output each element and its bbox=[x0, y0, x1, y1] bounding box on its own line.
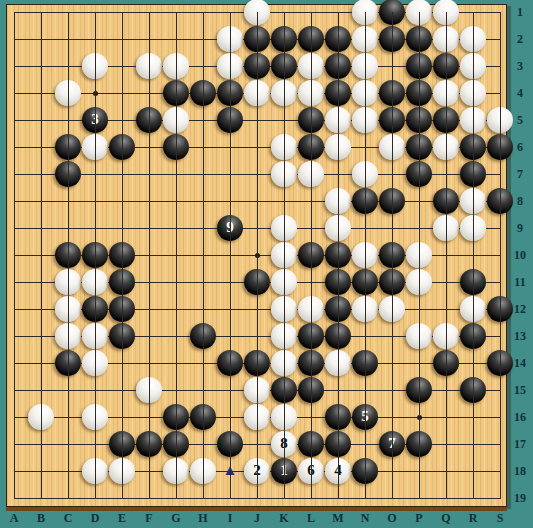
intersection-L16[interactable] bbox=[298, 404, 325, 431]
intersection-N17[interactable] bbox=[352, 431, 379, 458]
intersection-H3[interactable] bbox=[190, 53, 217, 80]
intersection-Q8[interactable] bbox=[433, 188, 460, 215]
intersection-M6[interactable] bbox=[325, 134, 352, 161]
intersection-J15[interactable] bbox=[244, 377, 271, 404]
intersection-D19[interactable] bbox=[82, 485, 109, 512]
intersection-N4[interactable] bbox=[352, 80, 379, 107]
intersection-D15[interactable] bbox=[82, 377, 109, 404]
intersection-F7[interactable] bbox=[136, 161, 163, 188]
intersection-G18[interactable] bbox=[163, 458, 190, 485]
intersection-I8[interactable] bbox=[217, 188, 244, 215]
intersection-J6[interactable] bbox=[244, 134, 271, 161]
intersection-A2[interactable] bbox=[1, 26, 28, 53]
intersection-L3[interactable] bbox=[298, 53, 325, 80]
intersection-E10[interactable] bbox=[109, 242, 136, 269]
intersection-R14[interactable] bbox=[460, 350, 487, 377]
intersection-G15[interactable] bbox=[163, 377, 190, 404]
intersection-A12[interactable] bbox=[1, 296, 28, 323]
intersection-J7[interactable] bbox=[244, 161, 271, 188]
intersection-P17[interactable] bbox=[406, 431, 433, 458]
intersection-Q4[interactable] bbox=[433, 80, 460, 107]
intersection-C3[interactable] bbox=[55, 53, 82, 80]
intersection-P19[interactable] bbox=[406, 485, 433, 512]
intersection-C9[interactable] bbox=[55, 215, 82, 242]
intersection-N2[interactable] bbox=[352, 26, 379, 53]
intersection-P14[interactable] bbox=[406, 350, 433, 377]
intersection-R16[interactable] bbox=[460, 404, 487, 431]
intersection-I10[interactable] bbox=[217, 242, 244, 269]
intersection-Q19[interactable] bbox=[433, 485, 460, 512]
intersection-B3[interactable] bbox=[28, 53, 55, 80]
intersection-A6[interactable] bbox=[1, 134, 28, 161]
intersection-F4[interactable] bbox=[136, 80, 163, 107]
intersection-F15[interactable] bbox=[136, 377, 163, 404]
intersection-M3[interactable] bbox=[325, 53, 352, 80]
intersection-C2[interactable] bbox=[55, 26, 82, 53]
intersection-G10[interactable] bbox=[163, 242, 190, 269]
intersection-Q5[interactable] bbox=[433, 107, 460, 134]
intersection-B15[interactable] bbox=[28, 377, 55, 404]
intersection-R3[interactable] bbox=[460, 53, 487, 80]
intersection-M7[interactable] bbox=[325, 161, 352, 188]
intersection-L17[interactable] bbox=[298, 431, 325, 458]
intersection-A19[interactable] bbox=[1, 485, 28, 512]
intersection-B8[interactable] bbox=[28, 188, 55, 215]
intersection-F17[interactable] bbox=[136, 431, 163, 458]
intersection-I9[interactable]: 9 bbox=[217, 215, 244, 242]
intersection-M14[interactable] bbox=[325, 350, 352, 377]
intersection-G16[interactable] bbox=[163, 404, 190, 431]
intersection-P12[interactable] bbox=[406, 296, 433, 323]
intersection-A15[interactable] bbox=[1, 377, 28, 404]
intersection-R6[interactable] bbox=[460, 134, 487, 161]
intersection-I11[interactable] bbox=[217, 269, 244, 296]
intersection-A1[interactable] bbox=[1, 0, 28, 26]
intersection-G6[interactable] bbox=[163, 134, 190, 161]
intersection-N3[interactable] bbox=[352, 53, 379, 80]
intersection-D5[interactable]: 3 bbox=[82, 107, 109, 134]
intersection-A10[interactable] bbox=[1, 242, 28, 269]
intersection-B18[interactable] bbox=[28, 458, 55, 485]
intersection-L10[interactable] bbox=[298, 242, 325, 269]
intersection-F6[interactable] bbox=[136, 134, 163, 161]
intersection-L4[interactable] bbox=[298, 80, 325, 107]
intersection-L7[interactable] bbox=[298, 161, 325, 188]
intersection-F5[interactable] bbox=[136, 107, 163, 134]
intersection-J2[interactable] bbox=[244, 26, 271, 53]
intersection-G12[interactable] bbox=[163, 296, 190, 323]
intersection-D3[interactable] bbox=[82, 53, 109, 80]
intersection-D11[interactable] bbox=[82, 269, 109, 296]
intersection-F10[interactable] bbox=[136, 242, 163, 269]
intersection-K17[interactable]: 8 bbox=[271, 431, 298, 458]
intersection-R2[interactable] bbox=[460, 26, 487, 53]
intersection-F12[interactable] bbox=[136, 296, 163, 323]
intersection-G14[interactable] bbox=[163, 350, 190, 377]
intersection-N14[interactable] bbox=[352, 350, 379, 377]
intersection-J10[interactable] bbox=[244, 242, 271, 269]
intersection-R18[interactable] bbox=[460, 458, 487, 485]
intersection-L12[interactable] bbox=[298, 296, 325, 323]
intersection-K18[interactable]: 1 bbox=[271, 458, 298, 485]
intersection-A4[interactable] bbox=[1, 80, 28, 107]
intersection-F14[interactable] bbox=[136, 350, 163, 377]
intersection-K4[interactable] bbox=[271, 80, 298, 107]
intersection-C14[interactable] bbox=[55, 350, 82, 377]
intersection-B16[interactable] bbox=[28, 404, 55, 431]
intersection-G4[interactable] bbox=[163, 80, 190, 107]
intersection-E8[interactable] bbox=[109, 188, 136, 215]
intersection-R17[interactable] bbox=[460, 431, 487, 458]
intersection-N11[interactable] bbox=[352, 269, 379, 296]
intersection-M1[interactable] bbox=[325, 0, 352, 26]
intersection-P11[interactable] bbox=[406, 269, 433, 296]
intersection-H11[interactable] bbox=[190, 269, 217, 296]
intersection-I1[interactable] bbox=[217, 0, 244, 26]
intersection-Q15[interactable] bbox=[433, 377, 460, 404]
intersection-I3[interactable] bbox=[217, 53, 244, 80]
intersection-M9[interactable] bbox=[325, 215, 352, 242]
intersection-B1[interactable] bbox=[28, 0, 55, 26]
intersection-C11[interactable] bbox=[55, 269, 82, 296]
intersection-H4[interactable] bbox=[190, 80, 217, 107]
intersection-F19[interactable] bbox=[136, 485, 163, 512]
intersection-Q3[interactable] bbox=[433, 53, 460, 80]
intersection-J8[interactable] bbox=[244, 188, 271, 215]
intersection-M17[interactable] bbox=[325, 431, 352, 458]
intersection-F1[interactable] bbox=[136, 0, 163, 26]
intersection-P7[interactable] bbox=[406, 161, 433, 188]
intersection-D16[interactable] bbox=[82, 404, 109, 431]
intersection-Q10[interactable] bbox=[433, 242, 460, 269]
intersection-O19[interactable] bbox=[379, 485, 406, 512]
intersection-N5[interactable] bbox=[352, 107, 379, 134]
intersection-H10[interactable] bbox=[190, 242, 217, 269]
intersection-H8[interactable] bbox=[190, 188, 217, 215]
intersection-R12[interactable] bbox=[460, 296, 487, 323]
intersection-Q13[interactable] bbox=[433, 323, 460, 350]
intersection-P18[interactable] bbox=[406, 458, 433, 485]
intersection-N15[interactable] bbox=[352, 377, 379, 404]
intersection-D8[interactable] bbox=[82, 188, 109, 215]
intersection-I15[interactable] bbox=[217, 377, 244, 404]
intersection-K7[interactable] bbox=[271, 161, 298, 188]
intersection-R5[interactable] bbox=[460, 107, 487, 134]
intersection-A7[interactable] bbox=[1, 161, 28, 188]
intersection-M19[interactable] bbox=[325, 485, 352, 512]
intersection-F16[interactable] bbox=[136, 404, 163, 431]
intersection-G3[interactable] bbox=[163, 53, 190, 80]
intersection-G11[interactable] bbox=[163, 269, 190, 296]
intersection-G17[interactable] bbox=[163, 431, 190, 458]
intersection-E17[interactable] bbox=[109, 431, 136, 458]
intersection-P10[interactable] bbox=[406, 242, 433, 269]
intersection-M12[interactable] bbox=[325, 296, 352, 323]
intersection-M11[interactable] bbox=[325, 269, 352, 296]
intersection-H1[interactable] bbox=[190, 0, 217, 26]
intersection-C16[interactable] bbox=[55, 404, 82, 431]
intersection-M18[interactable]: 4 bbox=[325, 458, 352, 485]
intersection-J12[interactable] bbox=[244, 296, 271, 323]
intersection-Q7[interactable] bbox=[433, 161, 460, 188]
intersection-G13[interactable] bbox=[163, 323, 190, 350]
intersection-E15[interactable] bbox=[109, 377, 136, 404]
intersection-O3[interactable] bbox=[379, 53, 406, 80]
intersection-M2[interactable] bbox=[325, 26, 352, 53]
intersection-F18[interactable] bbox=[136, 458, 163, 485]
intersection-M13[interactable] bbox=[325, 323, 352, 350]
intersection-F11[interactable] bbox=[136, 269, 163, 296]
intersection-N12[interactable] bbox=[352, 296, 379, 323]
intersection-L19[interactable] bbox=[298, 485, 325, 512]
intersection-O11[interactable] bbox=[379, 269, 406, 296]
intersection-L9[interactable] bbox=[298, 215, 325, 242]
intersection-Q16[interactable] bbox=[433, 404, 460, 431]
intersection-C7[interactable] bbox=[55, 161, 82, 188]
intersection-A18[interactable] bbox=[1, 458, 28, 485]
intersection-O6[interactable] bbox=[379, 134, 406, 161]
intersection-K3[interactable] bbox=[271, 53, 298, 80]
intersection-K1[interactable] bbox=[271, 0, 298, 26]
intersection-I17[interactable] bbox=[217, 431, 244, 458]
intersection-K12[interactable] bbox=[271, 296, 298, 323]
intersection-H17[interactable] bbox=[190, 431, 217, 458]
intersection-H19[interactable] bbox=[190, 485, 217, 512]
intersection-K13[interactable] bbox=[271, 323, 298, 350]
intersection-Q9[interactable] bbox=[433, 215, 460, 242]
intersection-G8[interactable] bbox=[163, 188, 190, 215]
intersection-A17[interactable] bbox=[1, 431, 28, 458]
intersection-K10[interactable] bbox=[271, 242, 298, 269]
intersection-I16[interactable] bbox=[217, 404, 244, 431]
intersection-D18[interactable] bbox=[82, 458, 109, 485]
intersection-R8[interactable] bbox=[460, 188, 487, 215]
intersection-G19[interactable] bbox=[163, 485, 190, 512]
intersection-D2[interactable] bbox=[82, 26, 109, 53]
intersection-E2[interactable] bbox=[109, 26, 136, 53]
intersection-J11[interactable] bbox=[244, 269, 271, 296]
intersection-L6[interactable] bbox=[298, 134, 325, 161]
intersection-K5[interactable] bbox=[271, 107, 298, 134]
intersection-Q12[interactable] bbox=[433, 296, 460, 323]
intersection-H14[interactable] bbox=[190, 350, 217, 377]
intersection-E18[interactable] bbox=[109, 458, 136, 485]
intersection-O17[interactable]: 7 bbox=[379, 431, 406, 458]
intersection-E12[interactable] bbox=[109, 296, 136, 323]
intersection-B9[interactable] bbox=[28, 215, 55, 242]
intersection-H15[interactable] bbox=[190, 377, 217, 404]
intersection-R11[interactable] bbox=[460, 269, 487, 296]
intersection-L1[interactable] bbox=[298, 0, 325, 26]
intersection-E13[interactable] bbox=[109, 323, 136, 350]
intersection-D4[interactable] bbox=[82, 80, 109, 107]
intersection-O12[interactable] bbox=[379, 296, 406, 323]
intersection-L15[interactable] bbox=[298, 377, 325, 404]
intersection-N10[interactable] bbox=[352, 242, 379, 269]
intersection-K16[interactable] bbox=[271, 404, 298, 431]
intersection-L11[interactable] bbox=[298, 269, 325, 296]
intersection-O4[interactable] bbox=[379, 80, 406, 107]
intersection-R1[interactable] bbox=[460, 0, 487, 26]
intersection-P8[interactable] bbox=[406, 188, 433, 215]
intersection-D6[interactable] bbox=[82, 134, 109, 161]
intersection-F2[interactable] bbox=[136, 26, 163, 53]
intersection-I12[interactable] bbox=[217, 296, 244, 323]
intersection-D10[interactable] bbox=[82, 242, 109, 269]
intersection-D9[interactable] bbox=[82, 215, 109, 242]
intersection-A5[interactable] bbox=[1, 107, 28, 134]
intersection-D13[interactable] bbox=[82, 323, 109, 350]
intersection-I4[interactable] bbox=[217, 80, 244, 107]
intersection-C5[interactable] bbox=[55, 107, 82, 134]
intersection-I18[interactable]: ▲ bbox=[217, 458, 244, 485]
intersection-E3[interactable] bbox=[109, 53, 136, 80]
intersection-J9[interactable] bbox=[244, 215, 271, 242]
intersection-I19[interactable] bbox=[217, 485, 244, 512]
intersection-N1[interactable] bbox=[352, 0, 379, 26]
intersection-R4[interactable] bbox=[460, 80, 487, 107]
intersection-R9[interactable] bbox=[460, 215, 487, 242]
intersection-A13[interactable] bbox=[1, 323, 28, 350]
intersection-B13[interactable] bbox=[28, 323, 55, 350]
intersection-E19[interactable] bbox=[109, 485, 136, 512]
intersection-Q18[interactable] bbox=[433, 458, 460, 485]
intersection-O18[interactable] bbox=[379, 458, 406, 485]
intersection-R15[interactable] bbox=[460, 377, 487, 404]
intersection-N13[interactable] bbox=[352, 323, 379, 350]
intersection-P6[interactable] bbox=[406, 134, 433, 161]
intersection-B7[interactable] bbox=[28, 161, 55, 188]
intersection-C10[interactable] bbox=[55, 242, 82, 269]
intersection-Q1[interactable] bbox=[433, 0, 460, 26]
intersection-I6[interactable] bbox=[217, 134, 244, 161]
intersection-K8[interactable] bbox=[271, 188, 298, 215]
intersection-O8[interactable] bbox=[379, 188, 406, 215]
intersection-E5[interactable] bbox=[109, 107, 136, 134]
intersection-B12[interactable] bbox=[28, 296, 55, 323]
intersection-F8[interactable] bbox=[136, 188, 163, 215]
intersection-E11[interactable] bbox=[109, 269, 136, 296]
intersection-E9[interactable] bbox=[109, 215, 136, 242]
intersection-H9[interactable] bbox=[190, 215, 217, 242]
intersection-B5[interactable] bbox=[28, 107, 55, 134]
intersection-B10[interactable] bbox=[28, 242, 55, 269]
intersection-G9[interactable] bbox=[163, 215, 190, 242]
intersection-P2[interactable] bbox=[406, 26, 433, 53]
intersection-M15[interactable] bbox=[325, 377, 352, 404]
intersection-M16[interactable] bbox=[325, 404, 352, 431]
intersection-N8[interactable] bbox=[352, 188, 379, 215]
intersection-N19[interactable] bbox=[352, 485, 379, 512]
intersection-D12[interactable] bbox=[82, 296, 109, 323]
intersection-G2[interactable] bbox=[163, 26, 190, 53]
intersection-A8[interactable] bbox=[1, 188, 28, 215]
intersection-J5[interactable] bbox=[244, 107, 271, 134]
intersection-A14[interactable] bbox=[1, 350, 28, 377]
intersection-F13[interactable] bbox=[136, 323, 163, 350]
intersection-K6[interactable] bbox=[271, 134, 298, 161]
intersection-E16[interactable] bbox=[109, 404, 136, 431]
intersection-O10[interactable] bbox=[379, 242, 406, 269]
intersection-Q17[interactable] bbox=[433, 431, 460, 458]
intersection-K11[interactable] bbox=[271, 269, 298, 296]
intersection-M4[interactable] bbox=[325, 80, 352, 107]
intersection-M5[interactable] bbox=[325, 107, 352, 134]
intersection-H7[interactable] bbox=[190, 161, 217, 188]
intersection-Q6[interactable] bbox=[433, 134, 460, 161]
intersection-E4[interactable] bbox=[109, 80, 136, 107]
intersection-C8[interactable] bbox=[55, 188, 82, 215]
intersection-L2[interactable] bbox=[298, 26, 325, 53]
intersection-M8[interactable] bbox=[325, 188, 352, 215]
intersection-P4[interactable] bbox=[406, 80, 433, 107]
intersection-P16[interactable] bbox=[406, 404, 433, 431]
intersection-J16[interactable] bbox=[244, 404, 271, 431]
intersection-O2[interactable] bbox=[379, 26, 406, 53]
intersection-C17[interactable] bbox=[55, 431, 82, 458]
intersection-G1[interactable] bbox=[163, 0, 190, 26]
intersection-P3[interactable] bbox=[406, 53, 433, 80]
intersection-O13[interactable] bbox=[379, 323, 406, 350]
intersection-N7[interactable] bbox=[352, 161, 379, 188]
intersection-B4[interactable] bbox=[28, 80, 55, 107]
intersection-B19[interactable] bbox=[28, 485, 55, 512]
intersection-P5[interactable] bbox=[406, 107, 433, 134]
intersection-O16[interactable] bbox=[379, 404, 406, 431]
intersection-C13[interactable] bbox=[55, 323, 82, 350]
intersection-I5[interactable] bbox=[217, 107, 244, 134]
intersection-B6[interactable] bbox=[28, 134, 55, 161]
intersection-N9[interactable] bbox=[352, 215, 379, 242]
intersection-H18[interactable] bbox=[190, 458, 217, 485]
intersection-R13[interactable] bbox=[460, 323, 487, 350]
intersection-C1[interactable] bbox=[55, 0, 82, 26]
intersection-L18[interactable]: 6 bbox=[298, 458, 325, 485]
intersection-O5[interactable] bbox=[379, 107, 406, 134]
intersection-D17[interactable] bbox=[82, 431, 109, 458]
intersection-Q11[interactable] bbox=[433, 269, 460, 296]
intersection-J3[interactable] bbox=[244, 53, 271, 80]
intersection-E7[interactable] bbox=[109, 161, 136, 188]
intersection-N16[interactable]: 5 bbox=[352, 404, 379, 431]
intersection-R19[interactable] bbox=[460, 485, 487, 512]
intersection-P15[interactable] bbox=[406, 377, 433, 404]
intersection-F9[interactable] bbox=[136, 215, 163, 242]
intersection-R7[interactable] bbox=[460, 161, 487, 188]
intersection-N18[interactable] bbox=[352, 458, 379, 485]
intersection-C12[interactable] bbox=[55, 296, 82, 323]
intersection-N6[interactable] bbox=[352, 134, 379, 161]
intersection-J4[interactable] bbox=[244, 80, 271, 107]
intersection-I14[interactable] bbox=[217, 350, 244, 377]
intersection-H2[interactable] bbox=[190, 26, 217, 53]
intersection-C18[interactable] bbox=[55, 458, 82, 485]
intersection-R10[interactable] bbox=[460, 242, 487, 269]
intersection-K2[interactable] bbox=[271, 26, 298, 53]
intersection-J18[interactable]: 2 bbox=[244, 458, 271, 485]
intersection-C4[interactable] bbox=[55, 80, 82, 107]
intersection-A11[interactable] bbox=[1, 269, 28, 296]
intersection-J13[interactable] bbox=[244, 323, 271, 350]
intersection-H6[interactable] bbox=[190, 134, 217, 161]
intersection-D14[interactable] bbox=[82, 350, 109, 377]
intersection-K15[interactable] bbox=[271, 377, 298, 404]
intersection-E14[interactable] bbox=[109, 350, 136, 377]
intersection-G5[interactable] bbox=[163, 107, 190, 134]
intersection-L13[interactable] bbox=[298, 323, 325, 350]
intersection-E6[interactable] bbox=[109, 134, 136, 161]
intersection-K14[interactable] bbox=[271, 350, 298, 377]
